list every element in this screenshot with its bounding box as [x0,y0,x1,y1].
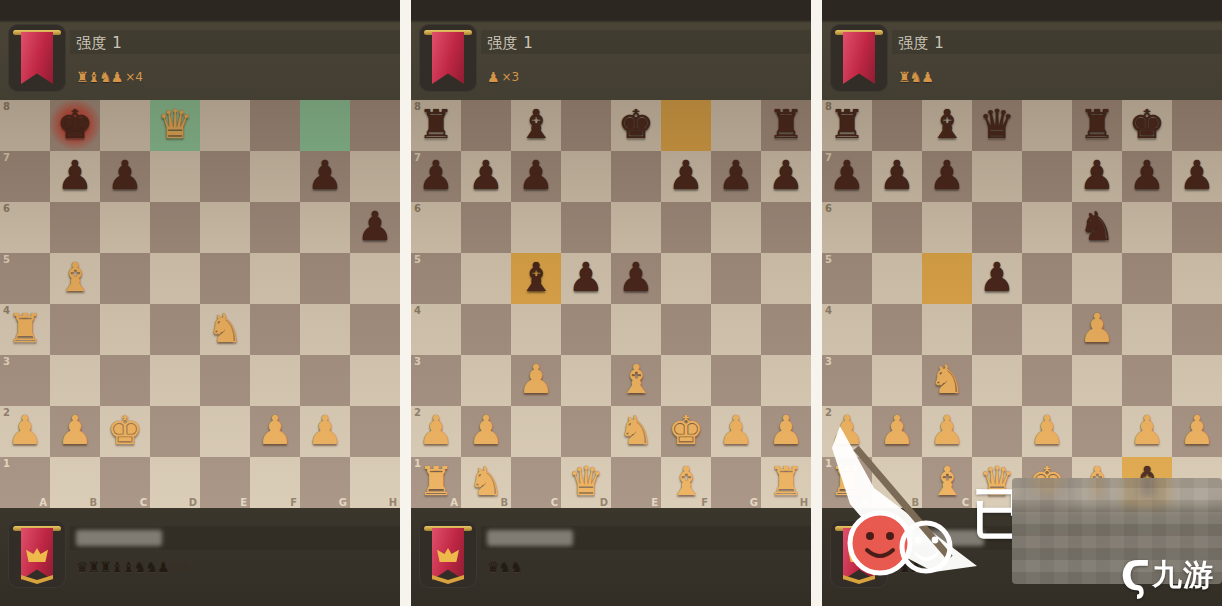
square-b8[interactable] [461,100,511,151]
square-d6[interactable] [561,202,611,253]
square-d7[interactable] [561,151,611,202]
square-f4[interactable] [250,304,300,355]
black-bishop-g1[interactable]: ♝ [1122,457,1172,508]
square-f5[interactable] [250,253,300,304]
square-b2[interactable]: ♟ [50,406,100,457]
white-queen-d8[interactable]: ♛ [150,100,200,151]
square-h7[interactable] [350,151,400,202]
white-knight-e2[interactable]: ♞ [611,406,661,457]
square-h5[interactable] [350,253,400,304]
square-b3[interactable] [461,355,511,406]
black-pawn-d5[interactable]: ♟ [972,253,1022,304]
file-label-C: C [551,497,558,508]
black-rook-h8[interactable]: ♜ [761,100,811,151]
white-pawn-f4[interactable]: ♟ [1072,304,1122,355]
black-bishop-c8[interactable]: ♝ [511,100,561,151]
player-name-blurred [76,530,162,546]
square-h2[interactable]: ♟ [761,406,811,457]
square-f8[interactable] [661,100,711,151]
square-e7[interactable] [611,151,661,202]
black-rook-a8[interactable]: ♜ [411,100,461,151]
white-rook-h1[interactable]: ♜ [761,457,811,508]
square-a4[interactable]: 4♜ [0,304,50,355]
square-b5[interactable] [872,253,922,304]
black-pawn-c7[interactable]: ♟ [922,151,972,202]
white-rook-a1[interactable]: ♜ [822,457,872,508]
square-b5[interactable]: ♝ [50,253,100,304]
white-pawn-a2[interactable]: ♟ [0,406,50,457]
square-c1[interactable]: C [511,457,561,508]
square-a3[interactable]: 3 [822,355,872,406]
file-label-B: B [911,497,919,508]
square-c2[interactable]: ♚ [100,406,150,457]
white-pawn-c3[interactable]: ♟ [511,355,561,406]
square-a8[interactable]: 8♜ [411,100,461,151]
square-e6[interactable] [200,202,250,253]
square-h2[interactable] [350,406,400,457]
black-rook-f8[interactable]: ♜ [1072,100,1122,151]
captured-tray-player: ♛♞♞ [487,558,522,576]
square-d3[interactable] [972,355,1022,406]
white-king-c2[interactable]: ♚ [100,406,150,457]
square-c3[interactable]: ♞ [922,355,972,406]
square-g2[interactable]: ♟ [711,406,761,457]
square-h8[interactable]: ♜ [761,100,811,151]
white-knight-b1[interactable]: ♞ [461,457,511,508]
square-b1[interactable]: B [872,457,922,508]
white-pawn-a2[interactable]: ♟ [411,406,461,457]
square-b1[interactable]: B [50,457,100,508]
square-h3[interactable] [1172,355,1222,406]
white-rook-a1[interactable]: ♜ [411,457,461,508]
square-d2[interactable] [561,406,611,457]
black-king-g8[interactable]: ♚ [1122,100,1172,151]
black-rook-a8[interactable]: ♜ [822,100,872,151]
file-label-G: G [750,497,758,508]
square-d8[interactable]: ♛ [972,100,1022,151]
game-panel-2: 强度 1 ♟×3 8♜♝♚♜7♟♟♟♟♟♟65♝♟♟43♟♝2♟♟♞♚♟♟1A♜… [411,0,811,606]
square-c4[interactable] [922,304,972,355]
square-f3[interactable] [1072,355,1122,406]
square-b4[interactable] [461,304,511,355]
square-h7[interactable]: ♟ [761,151,811,202]
square-e8[interactable] [200,100,250,151]
captured-piece-icon: ♟ [487,68,500,86]
file-label-H: H [389,497,397,508]
square-h5[interactable] [761,253,811,304]
square-a3[interactable]: 3 [0,355,50,406]
square-a2[interactable]: 2♟ [0,406,50,457]
white-pawn-a2[interactable]: ♟ [822,406,872,457]
square-d1[interactable]: D♛ [972,457,1022,508]
square-a3[interactable]: 3 [411,355,461,406]
square-h6[interactable]: ♟ [350,202,400,253]
white-queen-d1[interactable]: ♛ [561,457,611,508]
captured-piece-icon: ♟ [111,68,124,86]
white-pawn-g2[interactable]: ♟ [1122,406,1172,457]
square-a8[interactable]: 8♜ [822,100,872,151]
square-c3[interactable] [100,355,150,406]
square-g5[interactable] [1122,253,1172,304]
black-pawn-c7[interactable]: ♟ [100,151,150,202]
white-bishop-b5[interactable]: ♝ [50,253,100,304]
square-e3[interactable] [200,355,250,406]
black-pawn-b7[interactable]: ♟ [872,151,922,202]
black-pawn-b7[interactable]: ♟ [461,151,511,202]
square-e6[interactable] [611,202,661,253]
black-king-e8[interactable]: ♚ [611,100,661,151]
square-h1[interactable]: H [1172,457,1222,508]
opponent-avatar[interactable] [830,24,888,92]
square-f3[interactable] [250,355,300,406]
square-g7[interactable]: ♟ [300,151,350,202]
square-f4[interactable]: ♟ [1072,304,1122,355]
square-e5[interactable]: ♟ [611,253,661,304]
square-a6[interactable]: 6 [822,202,872,253]
square-d6[interactable] [972,202,1022,253]
black-pawn-a7[interactable]: ♟ [822,151,872,202]
rank-label-3: 3 [3,356,10,367]
rank-label-4: 4 [825,305,832,316]
rank-label-3: 3 [825,356,832,367]
square-f7[interactable]: ♟ [661,151,711,202]
white-pawn-h2[interactable]: ♟ [1172,406,1222,457]
square-a1[interactable]: 1A♜ [411,457,461,508]
square-c5[interactable]: ♝ [511,253,561,304]
square-g7[interactable]: ♟ [1122,151,1172,202]
square-c3[interactable]: ♟ [511,355,561,406]
square-d4[interactable] [150,304,200,355]
player-avatar[interactable] [419,520,477,588]
black-pawn-e5[interactable]: ♟ [611,253,661,304]
square-c6[interactable] [511,202,561,253]
captured-tray-opponent: ♟×3 [487,68,519,86]
square-c1[interactable]: C♝ [922,457,972,508]
square-d1[interactable]: D♛ [561,457,611,508]
square-h1[interactable]: H♜ [761,457,811,508]
square-e2[interactable]: ♟ [1022,406,1072,457]
white-pawn-g2[interactable]: ♟ [711,406,761,457]
white-pawn-b2[interactable]: ♟ [50,406,100,457]
player-avatar[interactable] [8,520,66,588]
square-a7[interactable]: 7 [0,151,50,202]
file-label-E: E [240,497,247,508]
square-c5[interactable] [100,253,150,304]
square-b8[interactable]: ♚ [50,100,100,151]
square-g3[interactable] [711,355,761,406]
captured-count: ×3 [502,70,520,84]
square-h4[interactable] [1172,304,1222,355]
square-a1[interactable]: 1A [0,457,50,508]
white-rook-a4[interactable]: ♜ [0,304,50,355]
red-banner-icon [21,32,53,84]
square-c7[interactable]: ♟ [511,151,561,202]
square-b4[interactable] [872,304,922,355]
square-c7[interactable]: ♟ [922,151,972,202]
square-c8[interactable] [100,100,150,151]
square-e3[interactable] [1022,355,1072,406]
square-e4[interactable] [1022,304,1072,355]
square-f6[interactable]: ♞ [1072,202,1122,253]
square-g4[interactable] [1122,304,1172,355]
square-d8[interactable]: ♛ [150,100,200,151]
square-d5[interactable]: ♟ [561,253,611,304]
square-f8[interactable] [250,100,300,151]
square-g8[interactable] [300,100,350,151]
square-b6[interactable] [461,202,511,253]
square-a1[interactable]: 1A♜ [822,457,872,508]
square-e6[interactable] [1022,202,1072,253]
square-g3[interactable] [1122,355,1172,406]
square-c2[interactable] [511,406,561,457]
square-e7[interactable] [200,151,250,202]
square-c1[interactable]: C [100,457,150,508]
square-h2[interactable]: ♟ [1172,406,1222,457]
black-pawn-a7[interactable]: ♟ [411,151,461,202]
square-h1[interactable]: H [350,457,400,508]
square-e1[interactable]: E [200,457,250,508]
white-pawn-b2[interactable]: ♟ [872,406,922,457]
square-d8[interactable] [561,100,611,151]
square-f2[interactable]: ♟ [250,406,300,457]
square-b4[interactable] [50,304,100,355]
square-c4[interactable] [100,304,150,355]
square-b2[interactable]: ♟ [461,406,511,457]
black-knight-f6[interactable]: ♞ [1072,202,1122,253]
captured-tray-player: ♞♟ [898,558,921,576]
app-root: 强度 1 ♜♝♞♟×4 8♚♛7♟♟♟6♟5♝4♜♞32♟♟♚♟♟1ABCDEF… [0,0,1222,606]
square-d3[interactable] [150,355,200,406]
square-a7[interactable]: 7♟ [411,151,461,202]
square-a2[interactable]: 2♟ [822,406,872,457]
white-king-f2[interactable]: ♚ [661,406,711,457]
square-e7[interactable] [1022,151,1072,202]
square-a5[interactable]: 5 [411,253,461,304]
square-f1[interactable]: F♝ [1072,457,1122,508]
square-b6[interactable] [872,202,922,253]
square-g1[interactable]: G [711,457,761,508]
square-f7[interactable] [250,151,300,202]
square-e4[interactable]: ♞ [200,304,250,355]
square-c5[interactable] [922,253,972,304]
square-h6[interactable] [761,202,811,253]
square-f5[interactable] [1072,253,1122,304]
square-a6[interactable]: 6 [411,202,461,253]
square-g7[interactable]: ♟ [711,151,761,202]
square-b8[interactable] [872,100,922,151]
square-c8[interactable]: ♝ [922,100,972,151]
square-e5[interactable] [1022,253,1072,304]
square-g1[interactable]: G [300,457,350,508]
square-h8[interactable] [1172,100,1222,151]
square-g3[interactable] [300,355,350,406]
file-label-E: E [651,497,658,508]
captured-tray-opponent: ♜♞♟ [898,68,933,86]
square-d5[interactable]: ♟ [972,253,1022,304]
square-d4[interactable] [972,304,1022,355]
black-pawn-g7[interactable]: ♟ [1122,151,1172,202]
square-g2[interactable]: ♟ [1122,406,1172,457]
square-f1[interactable]: F♝ [661,457,711,508]
square-d5[interactable] [150,253,200,304]
square-e2[interactable]: ♞ [611,406,661,457]
player-name-blurred [898,530,984,546]
square-d6[interactable] [150,202,200,253]
white-pawn-c2[interactable]: ♟ [922,406,972,457]
square-h4[interactable] [761,304,811,355]
square-e8[interactable] [1022,100,1072,151]
square-d2[interactable] [972,406,1022,457]
white-bishop-f1[interactable]: ♝ [1072,457,1122,508]
square-d1[interactable]: D [150,457,200,508]
square-c4[interactable] [511,304,561,355]
black-bishop-c5[interactable]: ♝ [511,253,561,304]
square-b3[interactable] [50,355,100,406]
square-f6[interactable] [661,202,711,253]
white-bishop-e3[interactable]: ♝ [611,355,661,406]
square-d7[interactable] [972,151,1022,202]
square-g4[interactable] [300,304,350,355]
square-e8[interactable]: ♚ [611,100,661,151]
black-queen-d8[interactable]: ♛ [972,100,1022,151]
square-f4[interactable] [661,304,711,355]
black-pawn-g7[interactable]: ♟ [711,151,761,202]
player-avatar[interactable] [830,520,888,588]
square-h8[interactable] [350,100,400,151]
square-a7[interactable]: 7♟ [822,151,872,202]
opponent-bar: 强度 1 ♟×3 [411,0,811,100]
player-bar: ♛♞♞ [411,508,811,606]
square-e2[interactable] [200,406,250,457]
red-banner-icon [432,32,464,84]
black-pawn-c7[interactable]: ♟ [511,151,561,202]
white-pawn-g2[interactable]: ♟ [300,406,350,457]
chess-board-1: 8♚♛7♟♟♟6♟5♝4♜♞32♟♟♚♟♟1ABCDEFGH [0,100,400,508]
square-b6[interactable] [50,202,100,253]
square-b1[interactable]: B♞ [461,457,511,508]
black-pawn-d5[interactable]: ♟ [561,253,611,304]
square-b3[interactable] [872,355,922,406]
black-pawn-h7[interactable]: ♟ [761,151,811,202]
white-queen-d1[interactable]: ♛ [972,457,1022,508]
square-f1[interactable]: F [250,457,300,508]
square-e5[interactable] [200,253,250,304]
square-d7[interactable] [150,151,200,202]
white-king-e1[interactable]: ♚ [1022,457,1072,508]
square-b2[interactable]: ♟ [872,406,922,457]
file-label-C: C [140,497,147,508]
black-pawn-g7[interactable]: ♟ [300,151,350,202]
square-f2[interactable] [1072,406,1122,457]
square-b7[interactable]: ♟ [872,151,922,202]
square-c6[interactable] [922,202,972,253]
file-label-H: H [1211,497,1219,508]
square-d2[interactable] [150,406,200,457]
square-d4[interactable] [561,304,611,355]
square-c2[interactable]: ♟ [922,406,972,457]
square-b7[interactable]: ♟ [461,151,511,202]
square-a5[interactable]: 5 [0,253,50,304]
square-f7[interactable]: ♟ [1072,151,1122,202]
white-knight-c3[interactable]: ♞ [922,355,972,406]
captured-tray-opponent: ♜♝♞♟×4 [76,68,143,86]
white-pawn-b2[interactable]: ♟ [461,406,511,457]
square-g6[interactable] [300,202,350,253]
white-pawn-f2[interactable]: ♟ [250,406,300,457]
square-h4[interactable] [350,304,400,355]
white-pawn-h2[interactable]: ♟ [761,406,811,457]
file-label-B: B [89,497,97,508]
white-knight-e4[interactable]: ♞ [200,304,250,355]
black-bishop-c8[interactable]: ♝ [922,100,972,151]
black-pawn-h6[interactable]: ♟ [350,202,400,253]
square-g6[interactable] [711,202,761,253]
square-a8[interactable]: 8 [0,100,50,151]
white-bishop-f1[interactable]: ♝ [661,457,711,508]
black-pawn-f7[interactable]: ♟ [661,151,711,202]
square-a5[interactable]: 5 [822,253,872,304]
square-g1[interactable]: G♝ [1122,457,1172,508]
black-pawn-h7[interactable]: ♟ [1172,151,1222,202]
square-f2[interactable]: ♚ [661,406,711,457]
black-king-b8[interactable]: ♚ [50,100,100,151]
square-c8[interactable]: ♝ [511,100,561,151]
square-g5[interactable] [300,253,350,304]
square-f6[interactable] [250,202,300,253]
square-h7[interactable]: ♟ [1172,151,1222,202]
black-pawn-f7[interactable]: ♟ [1072,151,1122,202]
square-f5[interactable] [661,253,711,304]
square-e3[interactable]: ♝ [611,355,661,406]
rank-label-3: 3 [414,356,421,367]
square-e1[interactable]: E [611,457,661,508]
square-c6[interactable] [100,202,150,253]
square-a4[interactable]: 4 [822,304,872,355]
opponent-avatar[interactable] [8,24,66,92]
square-a2[interactable]: 2♟ [411,406,461,457]
square-b7[interactable]: ♟ [50,151,100,202]
square-f8[interactable]: ♜ [1072,100,1122,151]
file-label-G: G [339,497,347,508]
square-f3[interactable] [661,355,711,406]
white-pawn-e2[interactable]: ♟ [1022,406,1072,457]
square-a4[interactable]: 4 [411,304,461,355]
square-g5[interactable] [711,253,761,304]
square-d3[interactable] [561,355,611,406]
square-g8[interactable] [711,100,761,151]
square-e1[interactable]: E♚ [1022,457,1072,508]
square-g8[interactable]: ♚ [1122,100,1172,151]
square-h5[interactable] [1172,253,1222,304]
rank-label-6: 6 [825,203,832,214]
square-h3[interactable] [350,355,400,406]
square-c7[interactable]: ♟ [100,151,150,202]
opponent-avatar[interactable] [419,24,477,92]
player-name-blurred [487,530,573,546]
square-g2[interactable]: ♟ [300,406,350,457]
rank-label-5: 5 [825,254,832,265]
white-bishop-c1[interactable]: ♝ [922,457,972,508]
square-a6[interactable]: 6 [0,202,50,253]
square-g4[interactable] [711,304,761,355]
square-g6[interactable] [1122,202,1172,253]
player-bar: ♞♟ [822,508,1222,606]
square-b5[interactable] [461,253,511,304]
black-pawn-b7[interactable]: ♟ [50,151,100,202]
square-e4[interactable] [611,304,661,355]
square-h3[interactable] [761,355,811,406]
square-h6[interactable] [1172,202,1222,253]
